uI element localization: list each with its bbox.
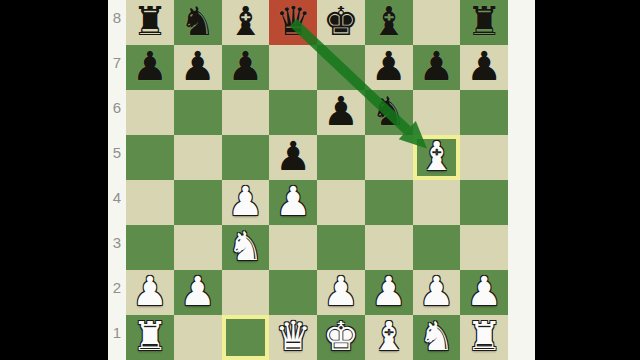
- square-b2[interactable]: ♟: [174, 270, 222, 315]
- white-pawn[interactable]: ♟: [323, 271, 359, 311]
- square-g8[interactable]: [413, 0, 461, 45]
- white-knight[interactable]: ♞: [418, 316, 454, 356]
- square-f4[interactable]: [365, 180, 413, 225]
- square-h7[interactable]: ♟: [460, 45, 508, 90]
- square-g2[interactable]: ♟: [413, 270, 461, 315]
- rank-label-2: 2: [108, 270, 126, 315]
- black-king[interactable]: ♚: [323, 1, 359, 41]
- rank-labels: 87654321: [108, 0, 126, 360]
- square-a8[interactable]: ♜: [126, 0, 174, 45]
- square-c4[interactable]: ♟: [222, 180, 270, 225]
- square-f5[interactable]: [365, 135, 413, 180]
- square-a6[interactable]: [126, 90, 174, 135]
- square-a3[interactable]: [126, 225, 174, 270]
- black-rook[interactable]: ♜: [466, 1, 502, 41]
- square-g6[interactable]: [413, 90, 461, 135]
- square-a4[interactable]: [126, 180, 174, 225]
- square-h1[interactable]: ♜: [460, 315, 508, 360]
- square-e6[interactable]: ♟: [317, 90, 365, 135]
- white-pawn[interactable]: ♟: [371, 271, 407, 311]
- black-bishop[interactable]: ♝: [371, 1, 407, 41]
- square-b8[interactable]: ♞: [174, 0, 222, 45]
- black-pawn[interactable]: ♟: [227, 46, 263, 86]
- rank-label-4: 4: [108, 180, 126, 225]
- square-h3[interactable]: [460, 225, 508, 270]
- square-e5[interactable]: [317, 135, 365, 180]
- square-c8[interactable]: ♝: [222, 0, 270, 45]
- rank-label-1: 1: [108, 315, 126, 360]
- square-c5[interactable]: [222, 135, 270, 180]
- square-a5[interactable]: [126, 135, 174, 180]
- white-king[interactable]: ♚: [323, 316, 359, 356]
- square-b7[interactable]: ♟: [174, 45, 222, 90]
- rank-label-5: 5: [108, 135, 126, 180]
- square-h2[interactable]: ♟: [460, 270, 508, 315]
- white-bishop[interactable]: ♝: [371, 316, 407, 356]
- white-pawn[interactable]: ♟: [180, 271, 216, 311]
- square-b5[interactable]: [174, 135, 222, 180]
- black-pawn[interactable]: ♟: [418, 46, 454, 86]
- rank-label-7: 7: [108, 45, 126, 90]
- black-rook[interactable]: ♜: [132, 1, 168, 41]
- square-d2[interactable]: [269, 270, 317, 315]
- square-e4[interactable]: [317, 180, 365, 225]
- square-b3[interactable]: [174, 225, 222, 270]
- white-pawn[interactable]: ♟: [132, 271, 168, 311]
- square-g3[interactable]: [413, 225, 461, 270]
- square-c6[interactable]: [222, 90, 270, 135]
- square-e3[interactable]: [317, 225, 365, 270]
- white-knight[interactable]: ♞: [227, 226, 263, 266]
- black-knight[interactable]: ♞: [180, 1, 216, 41]
- chess-board: ♜♞♝♛♚♝♜♟♟♟♟♟♟♟♞♟♝♟♟♞♟♟♟♟♟♟♜♛♚♝♞♜: [126, 0, 508, 360]
- square-h6[interactable]: [460, 90, 508, 135]
- square-d6[interactable]: [269, 90, 317, 135]
- black-pawn[interactable]: ♟: [275, 136, 311, 176]
- square-g5[interactable]: ♝: [413, 135, 461, 180]
- white-pawn[interactable]: ♟: [275, 181, 311, 221]
- square-g4[interactable]: [413, 180, 461, 225]
- rank-label-6: 6: [108, 90, 126, 135]
- black-knight[interactable]: ♞: [371, 91, 407, 131]
- square-e1[interactable]: ♚: [317, 315, 365, 360]
- black-pawn[interactable]: ♟: [323, 91, 359, 131]
- black-queen[interactable]: ♛: [275, 1, 311, 41]
- square-a1[interactable]: ♜: [126, 315, 174, 360]
- square-e2[interactable]: ♟: [317, 270, 365, 315]
- square-f8[interactable]: ♝: [365, 0, 413, 45]
- white-bishop[interactable]: ♝: [418, 136, 454, 176]
- square-c2[interactable]: [222, 270, 270, 315]
- square-h8[interactable]: ♜: [460, 0, 508, 45]
- square-c1[interactable]: [222, 315, 270, 360]
- square-d3[interactable]: [269, 225, 317, 270]
- square-d8[interactable]: ♛: [269, 0, 317, 45]
- black-pawn[interactable]: ♟: [371, 46, 407, 86]
- black-bishop[interactable]: ♝: [227, 1, 263, 41]
- square-d4[interactable]: ♟: [269, 180, 317, 225]
- square-f3[interactable]: [365, 225, 413, 270]
- square-c7[interactable]: ♟: [222, 45, 270, 90]
- white-queen[interactable]: ♛: [275, 316, 311, 356]
- square-h4[interactable]: [460, 180, 508, 225]
- white-rook[interactable]: ♜: [466, 316, 502, 356]
- rank-label-3: 3: [108, 225, 126, 270]
- white-pawn[interactable]: ♟: [227, 181, 263, 221]
- square-d5[interactable]: ♟: [269, 135, 317, 180]
- square-d1[interactable]: ♛: [269, 315, 317, 360]
- rank-label-8: 8: [108, 0, 126, 45]
- square-f7[interactable]: ♟: [365, 45, 413, 90]
- white-pawn[interactable]: ♟: [418, 271, 454, 311]
- square-f2[interactable]: ♟: [365, 270, 413, 315]
- square-b1[interactable]: [174, 315, 222, 360]
- white-rook[interactable]: ♜: [132, 316, 168, 356]
- black-pawn[interactable]: ♟: [180, 46, 216, 86]
- square-c3[interactable]: ♞: [222, 225, 270, 270]
- square-h5[interactable]: [460, 135, 508, 180]
- square-e8[interactable]: ♚: [317, 0, 365, 45]
- square-a2[interactable]: ♟: [126, 270, 174, 315]
- square-d7[interactable]: [269, 45, 317, 90]
- square-b4[interactable]: [174, 180, 222, 225]
- black-pawn[interactable]: ♟: [466, 46, 502, 86]
- square-b6[interactable]: [174, 90, 222, 135]
- square-e7[interactable]: [317, 45, 365, 90]
- black-pawn[interactable]: ♟: [132, 46, 168, 86]
- square-g7[interactable]: ♟: [413, 45, 461, 90]
- white-pawn[interactable]: ♟: [466, 271, 502, 311]
- square-f6[interactable]: ♞: [365, 90, 413, 135]
- board-panel: 87654321 ♜♞♝♛♚♝♜♟♟♟♟♟♟♟♞♟♝♟♟♞♟♟♟♟♟♟♜♛♚♝♞…: [108, 0, 535, 360]
- square-a7[interactable]: ♟: [126, 45, 174, 90]
- square-f1[interactable]: ♝: [365, 315, 413, 360]
- square-g1[interactable]: ♞: [413, 315, 461, 360]
